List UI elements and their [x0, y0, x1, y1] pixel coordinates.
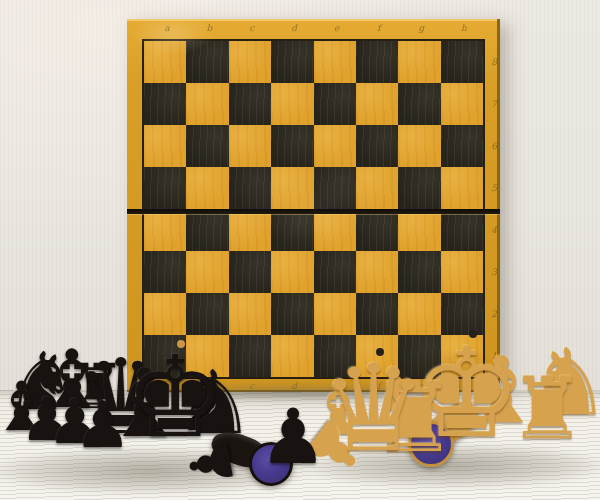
black-king[interactable]: ♚ [125, 341, 225, 453]
square-e5[interactable] [314, 167, 356, 209]
file-label-e: e [334, 23, 339, 33]
photo-scene: aabbccddeeffgghh87654321 ♞♝♜♝♟♟♛♟♝♚♞♟♟♟♝… [0, 0, 600, 500]
square-c2[interactable] [229, 293, 271, 335]
file-label-h: h [461, 23, 467, 33]
black-pawn[interactable]: ♟ [259, 399, 327, 475]
white-king-finial [469, 330, 477, 338]
square-f4[interactable] [356, 209, 398, 251]
square-g6[interactable] [398, 125, 440, 167]
file-label-a: a [164, 23, 169, 33]
square-a2[interactable] [144, 293, 186, 335]
square-d8[interactable] [271, 41, 313, 83]
square-h4[interactable] [441, 209, 483, 251]
square-g8[interactable] [398, 41, 440, 83]
square-h3[interactable] [441, 251, 483, 293]
square-e8[interactable] [314, 41, 356, 83]
square-d6[interactable] [271, 125, 313, 167]
square-h7[interactable] [441, 83, 483, 125]
square-f8[interactable] [356, 41, 398, 83]
square-g3[interactable] [398, 251, 440, 293]
square-a8[interactable] [144, 41, 186, 83]
white-queen[interactable]: ♛ [320, 349, 428, 469]
square-d7[interactable] [271, 83, 313, 125]
square-c4[interactable] [229, 209, 271, 251]
square-d5[interactable] [271, 167, 313, 209]
square-g5[interactable] [398, 167, 440, 209]
square-g7[interactable] [398, 83, 440, 125]
square-f5[interactable] [356, 167, 398, 209]
fallen-black-pawn[interactable]: ♟ [179, 433, 243, 492]
square-g4[interactable] [398, 209, 440, 251]
square-a6[interactable] [144, 125, 186, 167]
square-a3[interactable] [144, 251, 186, 293]
square-b7[interactable] [186, 83, 228, 125]
rank-label-6: 6 [491, 141, 497, 151]
square-f7[interactable] [356, 83, 398, 125]
square-b4[interactable] [186, 209, 228, 251]
square-e2[interactable] [314, 293, 356, 335]
square-a7[interactable] [144, 83, 186, 125]
rank-label-5: 5 [491, 183, 497, 193]
file-label-d: d [291, 23, 297, 33]
square-b5[interactable] [186, 167, 228, 209]
square-a5[interactable] [144, 167, 186, 209]
square-d3[interactable] [271, 251, 313, 293]
square-d2[interactable] [271, 293, 313, 335]
square-e3[interactable] [314, 251, 356, 293]
square-e7[interactable] [314, 83, 356, 125]
square-d4[interactable] [271, 209, 313, 251]
file-label-b: b [207, 23, 213, 33]
square-c5[interactable] [229, 167, 271, 209]
square-b8[interactable] [186, 41, 228, 83]
square-e4[interactable] [314, 209, 356, 251]
square-h5[interactable] [441, 167, 483, 209]
square-f3[interactable] [356, 251, 398, 293]
file-label-g: g [419, 23, 425, 33]
square-h6[interactable] [441, 125, 483, 167]
square-c6[interactable] [229, 125, 271, 167]
board-fold-seam [127, 209, 500, 214]
rank-label-7: 7 [491, 99, 497, 109]
black-king-finial [177, 340, 185, 348]
rank-label-2: 2 [491, 309, 497, 319]
rank-label-4: 4 [491, 225, 497, 235]
square-b6[interactable] [186, 125, 228, 167]
square-e6[interactable] [314, 125, 356, 167]
square-f6[interactable] [356, 125, 398, 167]
square-b2[interactable] [186, 293, 228, 335]
rank-label-8: 8 [491, 57, 497, 67]
black-pawn[interactable]: ♟ [74, 393, 131, 457]
rank-label-3: 3 [491, 267, 497, 277]
square-c3[interactable] [229, 251, 271, 293]
square-f2[interactable] [356, 293, 398, 335]
file-label-f: f [377, 23, 380, 33]
square-h8[interactable] [441, 41, 483, 83]
square-c8[interactable] [229, 41, 271, 83]
file-label-c: c [249, 23, 254, 33]
white-queen-finial [376, 348, 384, 356]
square-b3[interactable] [186, 251, 228, 293]
square-a4[interactable] [144, 209, 186, 251]
square-c7[interactable] [229, 83, 271, 125]
